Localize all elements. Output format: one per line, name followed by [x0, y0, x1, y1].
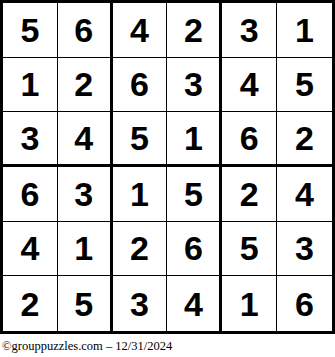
cell-r5c3: 2 — [113, 222, 168, 277]
cell-r6c3: 3 — [113, 276, 168, 331]
cell-r4c5: 2 — [222, 167, 277, 222]
cell-r5c4: 6 — [167, 222, 222, 277]
cell-r1c3: 4 — [113, 3, 168, 58]
cell-r3c2: 4 — [58, 112, 113, 167]
cell-r2c6: 5 — [277, 58, 332, 113]
cell-r4c1: 6 — [3, 167, 58, 222]
cell-r2c5: 4 — [222, 58, 277, 113]
cell-r3c3: 5 — [113, 112, 168, 167]
cell-r5c5: 5 — [222, 222, 277, 277]
cell-r5c2: 1 — [58, 222, 113, 277]
cell-r3c4: 1 — [167, 112, 222, 167]
cell-r1c4: 2 — [167, 3, 222, 58]
copyright-credit: ©grouppuzzles.com – 12/31/2024 — [2, 339, 172, 354]
cell-r2c4: 3 — [167, 58, 222, 113]
cell-r1c6: 1 — [277, 3, 332, 58]
cell-r6c2: 5 — [58, 276, 113, 331]
cell-r2c3: 6 — [113, 58, 168, 113]
cell-r1c1: 5 — [3, 3, 58, 58]
cell-r1c5: 3 — [222, 3, 277, 58]
cell-r4c2: 3 — [58, 167, 113, 222]
cell-r4c4: 5 — [167, 167, 222, 222]
cell-r6c4: 4 — [167, 276, 222, 331]
cell-r1c2: 6 — [58, 3, 113, 58]
cell-r6c6: 6 — [277, 276, 332, 331]
cell-r6c1: 2 — [3, 276, 58, 331]
cell-r2c2: 2 — [58, 58, 113, 113]
cell-r3c6: 2 — [277, 112, 332, 167]
cell-r4c6: 4 — [277, 167, 332, 222]
cell-r2c1: 1 — [3, 58, 58, 113]
cell-r5c1: 4 — [3, 222, 58, 277]
cell-r4c3: 1 — [113, 167, 168, 222]
cell-r5c6: 3 — [277, 222, 332, 277]
sudoku-board: 564231126345345162631524412653253416 — [0, 0, 335, 334]
cell-r6c5: 1 — [222, 276, 277, 331]
cell-r3c5: 6 — [222, 112, 277, 167]
cell-r3c1: 3 — [3, 112, 58, 167]
